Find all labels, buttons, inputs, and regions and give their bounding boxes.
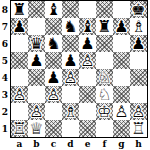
square-a1[interactable]: ♖ (11, 120, 28, 137)
black-knight: ♞ (63, 18, 77, 35)
square-c3[interactable]: ♙ (45, 86, 62, 103)
black-pawn: ♟ (29, 52, 43, 69)
square-d6[interactable] (62, 35, 79, 52)
square-g8[interactable] (113, 1, 130, 18)
white-pawn: ♙ (46, 86, 60, 103)
square-f4[interactable]: ♘ (96, 69, 113, 86)
square-c2[interactable] (45, 103, 62, 120)
white-pawn: ♙ (12, 86, 26, 103)
square-e3[interactable] (79, 86, 96, 103)
square-f7[interactable]: ♜ (96, 18, 113, 35)
square-c7[interactable] (45, 18, 62, 35)
square-b3[interactable] (28, 86, 45, 103)
square-c8[interactable]: ♝ (45, 1, 62, 18)
black-pawn: ♟ (114, 18, 128, 35)
file-label-g: g (113, 138, 130, 149)
square-h7[interactable]: ♗ (130, 18, 147, 35)
square-f8[interactable] (96, 1, 113, 18)
square-a3[interactable]: ♙ (11, 86, 28, 103)
square-b4[interactable] (28, 69, 45, 86)
board-wrap: 87654321 ♜♝♚♟♞♝♜♟♗♛♞♟♟♟♟♙♟♙♘♙♙♘♙♗♔♙♙♖♕♖ (0, 0, 150, 138)
square-h4[interactable] (130, 69, 147, 86)
black-pawn: ♟ (131, 35, 145, 52)
rank-label-1: 1 (0, 120, 10, 137)
rank-label-8: 8 (0, 1, 10, 18)
square-e2[interactable] (79, 103, 96, 120)
square-h3[interactable] (130, 86, 147, 103)
square-d2[interactable]: ♗ (62, 103, 79, 120)
black-bishop: ♝ (46, 1, 60, 18)
file-label-b: b (28, 138, 45, 149)
file-label-e: e (79, 138, 96, 149)
square-g3[interactable] (113, 86, 130, 103)
rank-labels: 87654321 (0, 0, 10, 137)
black-queen: ♛ (29, 35, 43, 52)
square-b2[interactable]: ♙ (28, 103, 45, 120)
square-g5[interactable] (113, 52, 130, 69)
black-rook: ♜ (97, 18, 111, 35)
square-f6[interactable] (96, 35, 113, 52)
square-b6[interactable]: ♛ (28, 35, 45, 52)
square-b8[interactable] (28, 1, 45, 18)
square-b7[interactable] (28, 18, 45, 35)
rank-label-2: 2 (0, 103, 10, 120)
square-e6[interactable]: ♟ (79, 35, 96, 52)
square-h5[interactable] (130, 52, 147, 69)
rank-label-4: 4 (0, 69, 10, 86)
square-g7[interactable]: ♟ (113, 18, 130, 35)
square-d8[interactable] (62, 1, 79, 18)
square-b5[interactable]: ♟ (28, 52, 45, 69)
black-rook: ♜ (12, 1, 26, 18)
square-a8[interactable]: ♜ (11, 1, 28, 18)
square-e4[interactable] (79, 69, 96, 86)
square-e1[interactable] (79, 120, 96, 137)
square-d3[interactable] (62, 86, 79, 103)
chess-diagram: 87654321 ♜♝♚♟♞♝♜♟♗♛♞♟♟♟♟♙♟♙♘♙♙♘♙♗♔♙♙♖♕♖ … (0, 0, 150, 150)
square-c4[interactable]: ♟ (45, 69, 62, 86)
square-h6[interactable]: ♟ (130, 35, 147, 52)
rank-label-6: 6 (0, 35, 10, 52)
black-king: ♚ (131, 1, 145, 18)
square-c5[interactable] (45, 52, 62, 69)
black-bishop: ♝ (80, 18, 94, 35)
square-e8[interactable] (79, 1, 96, 18)
white-king: ♔ (97, 103, 111, 120)
white-pawn: ♙ (114, 103, 128, 120)
square-g4[interactable] (113, 69, 130, 86)
square-a5[interactable] (11, 52, 28, 69)
square-f5[interactable] (96, 52, 113, 69)
square-g1[interactable] (113, 120, 130, 137)
white-bishop: ♗ (131, 18, 145, 35)
square-c1[interactable] (45, 120, 62, 137)
white-bishop: ♗ (63, 103, 77, 120)
black-pawn: ♟ (80, 35, 94, 52)
white-queen: ♕ (29, 120, 43, 137)
black-pawn: ♟ (63, 52, 77, 69)
square-e5[interactable]: ♙ (79, 52, 96, 69)
file-label-h: h (130, 138, 147, 149)
white-rook: ♖ (12, 120, 26, 137)
file-label-c: c (45, 138, 62, 149)
rank-label-7: 7 (0, 18, 10, 35)
square-g2[interactable]: ♙ (113, 103, 130, 120)
rank-label-3: 3 (0, 86, 10, 103)
square-d4[interactable]: ♙ (62, 69, 79, 86)
square-g6[interactable] (113, 35, 130, 52)
square-e7[interactable]: ♝ (79, 18, 96, 35)
square-d7[interactable]: ♞ (62, 18, 79, 35)
square-h8[interactable]: ♚ (130, 1, 147, 18)
white-knight: ♘ (97, 86, 111, 103)
square-c6[interactable]: ♞ (45, 35, 62, 52)
square-h1[interactable]: ♖ (130, 120, 147, 137)
file-label-f: f (96, 138, 113, 149)
square-f1[interactable] (96, 120, 113, 137)
white-knight: ♘ (97, 69, 111, 86)
black-knight: ♞ (46, 35, 60, 52)
square-a7[interactable]: ♟ (11, 18, 28, 35)
square-h2[interactable]: ♙ (130, 103, 147, 120)
file-label-d: d (62, 138, 79, 149)
white-pawn: ♙ (80, 52, 94, 69)
square-f2[interactable]: ♔ (96, 103, 113, 120)
white-pawn: ♙ (63, 69, 77, 86)
file-label-a: a (11, 138, 28, 149)
square-d1[interactable] (62, 120, 79, 137)
rank-label-5: 5 (0, 52, 10, 69)
black-pawn: ♟ (46, 69, 60, 86)
white-rook: ♖ (131, 120, 145, 137)
square-a4[interactable] (11, 69, 28, 86)
square-b1[interactable]: ♕ (28, 120, 45, 137)
square-f3[interactable]: ♘ (96, 86, 113, 103)
chess-board: ♜♝♚♟♞♝♜♟♗♛♞♟♟♟♟♙♟♙♘♙♙♘♙♗♔♙♙♖♕♖ (10, 0, 148, 138)
file-labels: abcdefgh (10, 138, 149, 149)
square-d5[interactable]: ♟ (62, 52, 79, 69)
white-pawn: ♙ (131, 103, 145, 120)
square-a6[interactable] (11, 35, 28, 52)
white-pawn: ♙ (29, 103, 43, 120)
square-a2[interactable] (11, 103, 28, 120)
black-pawn: ♟ (12, 18, 26, 35)
